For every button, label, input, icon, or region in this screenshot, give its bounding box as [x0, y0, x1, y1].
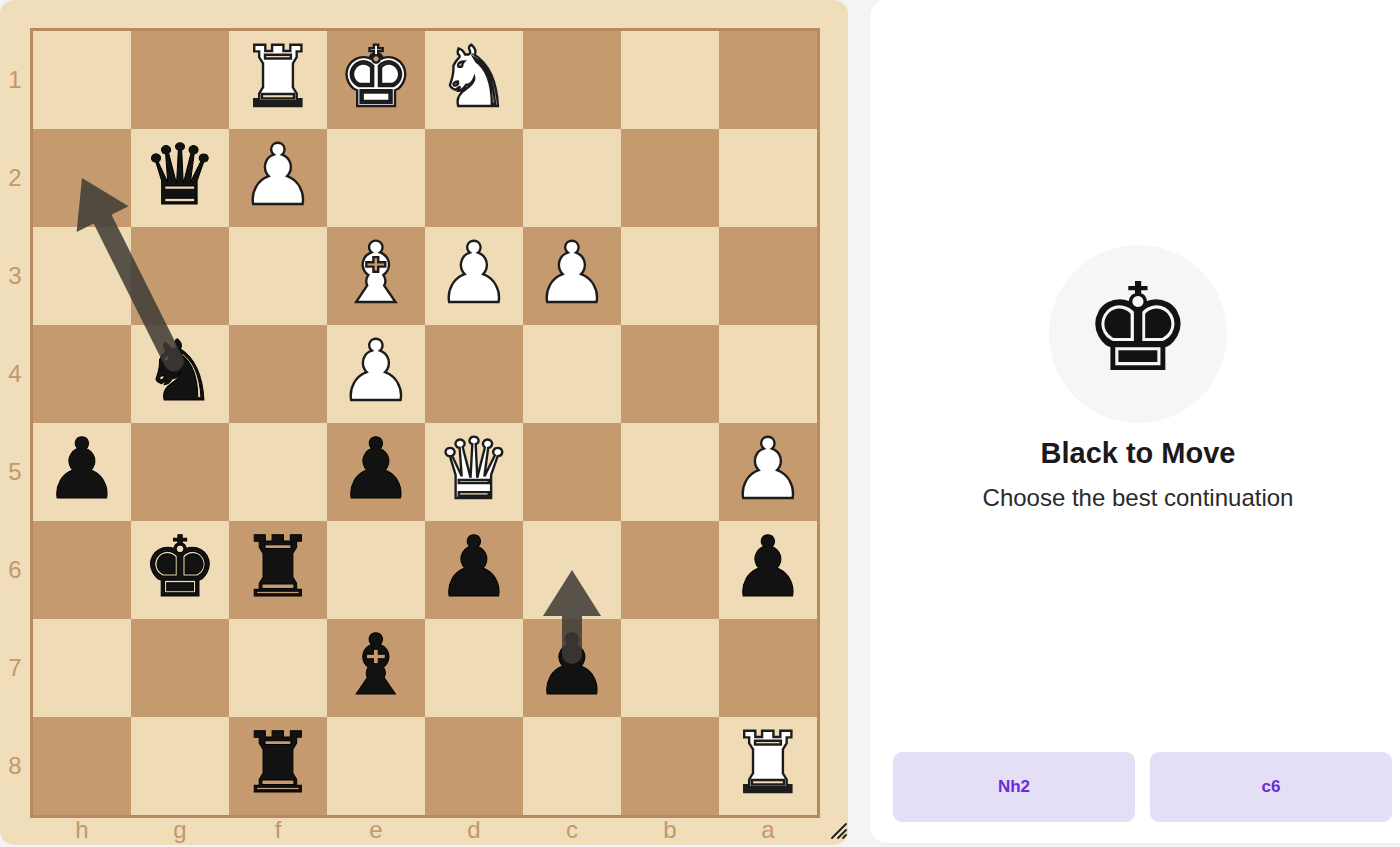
square-c5[interactable] — [523, 423, 621, 521]
square-g2[interactable]: ♛ — [131, 129, 229, 227]
square-e3[interactable]: ♝ — [327, 227, 425, 325]
square-f1[interactable]: ♜ — [229, 31, 327, 129]
file-label-c: c — [523, 815, 621, 845]
square-a4[interactable] — [719, 325, 817, 423]
square-c8[interactable] — [523, 717, 621, 815]
rank-label-1: 1 — [0, 31, 30, 129]
black-knight-g4[interactable]: ♞ — [142, 329, 217, 413]
file-label-a: a — [719, 815, 817, 845]
square-e5[interactable]: ♟ — [327, 423, 425, 521]
square-d3[interactable]: ♟ — [425, 227, 523, 325]
choice-buttons: Nh2 c6 — [893, 752, 1392, 822]
file-label-h: h — [33, 815, 131, 845]
square-h5[interactable]: ♟ — [33, 423, 131, 521]
choice-button-nh2[interactable]: Nh2 — [893, 752, 1135, 822]
side-to-move-badge: ♚ — [1049, 245, 1227, 423]
square-b1[interactable] — [621, 31, 719, 129]
black-king-icon: ♚ — [1083, 267, 1192, 389]
square-c3[interactable]: ♟ — [523, 227, 621, 325]
square-c4[interactable] — [523, 325, 621, 423]
square-e2[interactable] — [327, 129, 425, 227]
square-d1[interactable]: ♞ — [425, 31, 523, 129]
square-h1[interactable] — [33, 31, 131, 129]
square-f2[interactable]: ♟ — [229, 129, 327, 227]
chess-board-panel: 12345678 ♜♚♞♛♟♝♟♟♞♟♟♟♛♟♚♜♟♟♝♟♜♜ hgfedcba — [0, 0, 848, 845]
square-g3[interactable] — [131, 227, 229, 325]
rank-label-2: 2 — [0, 129, 30, 227]
rank-label-5: 5 — [0, 423, 30, 521]
puzzle-panel: ♚ Black to Move Choose the best continua… — [870, 0, 1400, 843]
square-h8[interactable] — [33, 717, 131, 815]
square-h6[interactable] — [33, 521, 131, 619]
square-c2[interactable] — [523, 129, 621, 227]
file-label-e: e — [327, 815, 425, 845]
square-f8[interactable]: ♜ — [229, 717, 327, 815]
square-a2[interactable] — [719, 129, 817, 227]
square-g4[interactable]: ♞ — [131, 325, 229, 423]
square-d6[interactable]: ♟ — [425, 521, 523, 619]
file-label-f: f — [229, 815, 327, 845]
file-label-b: b — [621, 815, 719, 845]
square-g6[interactable]: ♚ — [131, 521, 229, 619]
square-d5[interactable]: ♛ — [425, 423, 523, 521]
black-king-g6[interactable]: ♚ — [142, 525, 217, 609]
white-pawn-d3[interactable]: ♟ — [436, 231, 511, 315]
square-a1[interactable] — [719, 31, 817, 129]
board-grid: ♜♚♞♛♟♝♟♟♞♟♟♟♛♟♚♜♟♟♝♟♜♜ — [33, 31, 817, 815]
square-b7[interactable] — [621, 619, 719, 717]
square-b4[interactable] — [621, 325, 719, 423]
choice-button-c6[interactable]: c6 — [1150, 752, 1392, 822]
square-f4[interactable] — [229, 325, 327, 423]
square-a7[interactable] — [719, 619, 817, 717]
rank-labels: 12345678 — [0, 31, 30, 815]
file-label-d: d — [425, 815, 523, 845]
square-b5[interactable] — [621, 423, 719, 521]
white-queen-d5[interactable]: ♛ — [436, 427, 511, 511]
square-g1[interactable] — [131, 31, 229, 129]
square-c6[interactable] — [523, 521, 621, 619]
square-e7[interactable]: ♝ — [327, 619, 425, 717]
square-b8[interactable] — [621, 717, 719, 815]
square-f6[interactable]: ♜ — [229, 521, 327, 619]
black-pawn-d6[interactable]: ♟ — [436, 525, 511, 609]
rank-label-3: 3 — [0, 227, 30, 325]
black-pawn-h5[interactable]: ♟ — [44, 427, 119, 511]
rank-label-8: 8 — [0, 717, 30, 815]
square-a8[interactable]: ♜ — [719, 717, 817, 815]
square-h3[interactable] — [33, 227, 131, 325]
square-d4[interactable] — [425, 325, 523, 423]
black-queen-g2[interactable]: ♛ — [142, 133, 217, 217]
square-a6[interactable]: ♟ — [719, 521, 817, 619]
square-b2[interactable] — [621, 129, 719, 227]
file-label-g: g — [131, 815, 229, 845]
black-bishop-e7[interactable]: ♝ — [338, 623, 413, 707]
rank-label-6: 6 — [0, 521, 30, 619]
square-a5[interactable]: ♟ — [719, 423, 817, 521]
black-pawn-c7[interactable]: ♟ — [534, 623, 609, 707]
square-e4[interactable]: ♟ — [327, 325, 425, 423]
white-pawn-c3[interactable]: ♟ — [534, 231, 609, 315]
white-king-e1[interactable]: ♚ — [338, 35, 413, 119]
square-b3[interactable] — [621, 227, 719, 325]
square-f5[interactable] — [229, 423, 327, 521]
black-rook-f6[interactable]: ♜ — [240, 525, 315, 609]
square-d8[interactable] — [425, 717, 523, 815]
white-pawn-f2[interactable]: ♟ — [240, 133, 315, 217]
white-knight-d1[interactable]: ♞ — [436, 35, 511, 119]
black-rook-f8[interactable]: ♜ — [240, 721, 315, 805]
white-rook-a8[interactable]: ♜ — [730, 721, 805, 805]
square-e1[interactable]: ♚ — [327, 31, 425, 129]
square-g7[interactable] — [131, 619, 229, 717]
square-h7[interactable] — [33, 619, 131, 717]
resize-handle-icon[interactable] — [829, 821, 847, 839]
white-pawn-a5[interactable]: ♟ — [730, 427, 805, 511]
rank-label-7: 7 — [0, 619, 30, 717]
square-h2[interactable] — [33, 129, 131, 227]
square-d2[interactable] — [425, 129, 523, 227]
white-pawn-e4[interactable]: ♟ — [338, 329, 413, 413]
square-g5[interactable] — [131, 423, 229, 521]
file-labels: hgfedcba — [33, 815, 817, 845]
puzzle-subtitle: Choose the best continuation — [870, 484, 1400, 512]
white-rook-f1[interactable]: ♜ — [240, 35, 315, 119]
square-c7[interactable]: ♟ — [523, 619, 621, 717]
chess-board: ♜♚♞♛♟♝♟♟♞♟♟♟♛♟♚♜♟♟♝♟♜♜ — [30, 28, 820, 818]
square-g8[interactable] — [131, 717, 229, 815]
white-bishop-e3[interactable]: ♝ — [338, 231, 413, 315]
black-pawn-e5[interactable]: ♟ — [338, 427, 413, 511]
square-e8[interactable] — [327, 717, 425, 815]
rank-label-4: 4 — [0, 325, 30, 423]
puzzle-title: Black to Move — [870, 437, 1400, 470]
square-f7[interactable] — [229, 619, 327, 717]
square-c1[interactable] — [523, 31, 621, 129]
square-e6[interactable] — [327, 521, 425, 619]
square-f3[interactable] — [229, 227, 327, 325]
square-a3[interactable] — [719, 227, 817, 325]
square-h4[interactable] — [33, 325, 131, 423]
square-d7[interactable] — [425, 619, 523, 717]
square-b6[interactable] — [621, 521, 719, 619]
black-pawn-a6[interactable]: ♟ — [730, 525, 805, 609]
